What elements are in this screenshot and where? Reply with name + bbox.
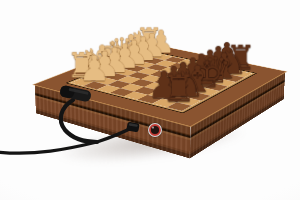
power-button-ring: [150, 125, 160, 135]
chess-computer: ♜♟♟♜♞♟♟♞♝♟♟♝♛♟♟♛♚♟♟♚♝♟♟♝♞♟♟♞♜♟♟♜: [35, 43, 286, 126]
power-button[interactable]: [147, 122, 162, 137]
square-h8[interactable]: ♜: [167, 102, 192, 111]
white-pawn-h2[interactable]: ♟: [74, 51, 115, 86]
black-rook-h8[interactable]: ♜: [156, 69, 200, 107]
square-h2[interactable]: ♟: [84, 82, 108, 90]
scene-3d: ♜♟♟♜♞♟♟♞♝♟♟♝♛♟♟♛♚♟♟♚♝♟♟♝♞♟♟♞♜♟♟♜: [0, 0, 300, 200]
chess-computer-photo: ♜♟♟♜♞♟♟♞♝♟♟♝♛♟♟♛♚♟♟♚♝♟♟♝♞♟♟♞♜♟♟♜: [0, 0, 300, 200]
power-button-highlight: [152, 127, 154, 129]
